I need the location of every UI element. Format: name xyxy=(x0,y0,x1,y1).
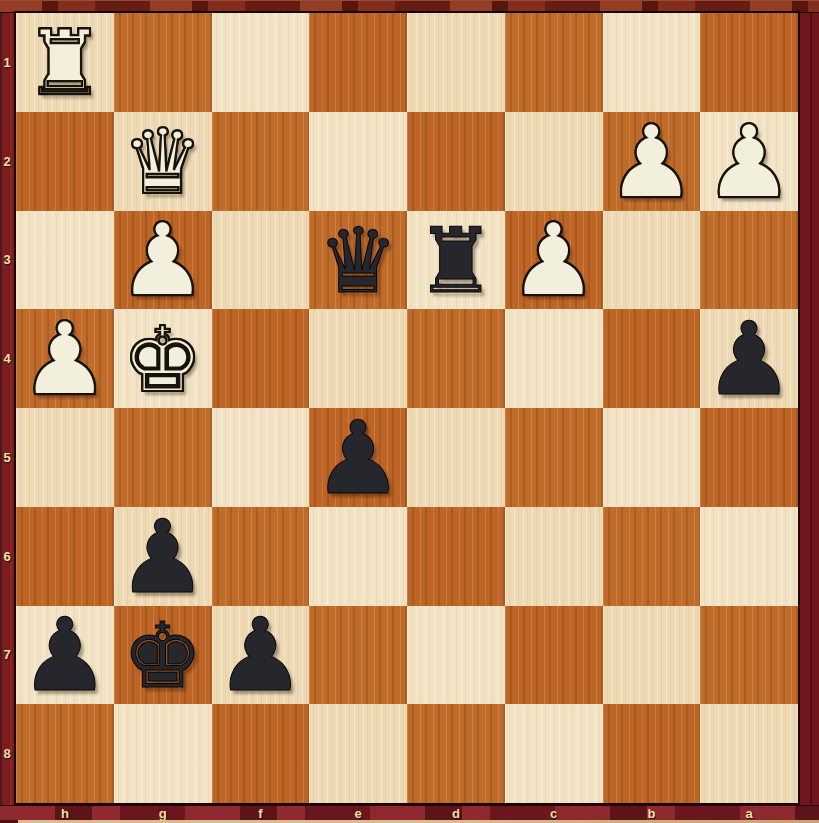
square-f5[interactable] xyxy=(212,408,310,507)
square-d3[interactable]: ♜ xyxy=(407,211,505,310)
file-label-d: d xyxy=(407,806,505,821)
square-h8[interactable] xyxy=(16,704,114,803)
white-pawn[interactable]: ♟ xyxy=(704,112,795,211)
black-pawn[interactable]: ♟ xyxy=(20,606,111,705)
square-c2[interactable] xyxy=(505,112,603,211)
square-a5[interactable] xyxy=(700,408,798,507)
chess-board: ♜♛♟♟♟♛♜♟♟♚♟♟♟♟♚♟ xyxy=(14,11,800,805)
square-g3[interactable]: ♟ xyxy=(114,211,212,310)
file-label-h: h xyxy=(16,806,114,821)
white-queen[interactable]: ♛ xyxy=(122,117,203,207)
square-h3[interactable] xyxy=(16,211,114,310)
file-labels-strip: hgfedcba xyxy=(0,805,819,820)
square-a8[interactable] xyxy=(700,704,798,803)
file-label-c: c xyxy=(505,806,603,821)
square-d6[interactable] xyxy=(407,507,505,606)
square-e6[interactable] xyxy=(309,507,407,606)
square-b8[interactable] xyxy=(603,704,701,803)
black-pawn[interactable]: ♟ xyxy=(704,309,795,408)
square-d1[interactable] xyxy=(407,13,505,112)
square-b6[interactable] xyxy=(603,507,701,606)
square-c5[interactable] xyxy=(505,408,603,507)
square-e7[interactable] xyxy=(309,606,407,705)
square-c3[interactable]: ♟ xyxy=(505,211,603,310)
square-c8[interactable] xyxy=(505,704,603,803)
square-c7[interactable] xyxy=(505,606,603,705)
file-label-g: g xyxy=(114,806,212,821)
square-f3[interactable] xyxy=(212,211,310,310)
square-b5[interactable] xyxy=(603,408,701,507)
square-h7[interactable]: ♟ xyxy=(16,606,114,705)
rank-label-3: 3 xyxy=(0,211,14,310)
square-h4[interactable]: ♟ xyxy=(16,309,114,408)
chess-board-frame: ♜♛♟♟♟♛♜♟♟♚♟♟♟♟♚♟ 12345678 hgfedcba xyxy=(0,0,819,823)
square-h1[interactable]: ♜ xyxy=(16,13,114,112)
square-e4[interactable] xyxy=(309,309,407,408)
square-e8[interactable] xyxy=(309,704,407,803)
square-b1[interactable] xyxy=(603,13,701,112)
square-g5[interactable] xyxy=(114,408,212,507)
square-b2[interactable]: ♟ xyxy=(603,112,701,211)
white-rook[interactable]: ♜ xyxy=(25,18,106,108)
rank-label-8: 8 xyxy=(0,704,14,803)
square-b3[interactable] xyxy=(603,211,701,310)
white-pawn[interactable]: ♟ xyxy=(117,211,208,310)
square-e5[interactable]: ♟ xyxy=(309,408,407,507)
square-d2[interactable] xyxy=(407,112,505,211)
square-f6[interactable] xyxy=(212,507,310,606)
rank-label-2: 2 xyxy=(0,112,14,211)
white-pawn[interactable]: ♟ xyxy=(20,309,111,408)
square-e2[interactable] xyxy=(309,112,407,211)
file-label-e: e xyxy=(309,806,407,821)
rank-label-7: 7 xyxy=(0,606,14,705)
square-f2[interactable] xyxy=(212,112,310,211)
black-pawn[interactable]: ♟ xyxy=(215,606,306,705)
square-b7[interactable] xyxy=(603,606,701,705)
square-c4[interactable] xyxy=(505,309,603,408)
square-f8[interactable] xyxy=(212,704,310,803)
square-b4[interactable] xyxy=(603,309,701,408)
square-a3[interactable] xyxy=(700,211,798,310)
square-d7[interactable] xyxy=(407,606,505,705)
file-label-a: a xyxy=(700,806,798,821)
file-label-b: b xyxy=(603,806,701,821)
square-g2[interactable]: ♛ xyxy=(114,112,212,211)
square-a6[interactable] xyxy=(700,507,798,606)
black-pawn[interactable]: ♟ xyxy=(313,408,404,507)
square-a2[interactable]: ♟ xyxy=(700,112,798,211)
square-f1[interactable] xyxy=(212,13,310,112)
square-d5[interactable] xyxy=(407,408,505,507)
square-g6[interactable]: ♟ xyxy=(114,507,212,606)
square-g8[interactable] xyxy=(114,704,212,803)
square-g4[interactable]: ♚ xyxy=(114,309,212,408)
square-c1[interactable] xyxy=(505,13,603,112)
rank-label-5: 5 xyxy=(0,408,14,507)
square-g1[interactable] xyxy=(114,13,212,112)
square-a7[interactable] xyxy=(700,606,798,705)
black-pawn[interactable]: ♟ xyxy=(117,507,208,606)
square-g7[interactable]: ♚ xyxy=(114,606,212,705)
rank-label-4: 4 xyxy=(0,309,14,408)
rank-label-6: 6 xyxy=(0,507,14,606)
rank-label-1: 1 xyxy=(0,13,14,112)
square-f4[interactable] xyxy=(212,309,310,408)
white-king[interactable]: ♚ xyxy=(122,315,203,405)
square-f7[interactable]: ♟ xyxy=(212,606,310,705)
square-e3[interactable]: ♛ xyxy=(309,211,407,310)
white-pawn[interactable]: ♟ xyxy=(508,211,599,310)
square-d4[interactable] xyxy=(407,309,505,408)
square-a1[interactable] xyxy=(700,13,798,112)
square-d8[interactable] xyxy=(407,704,505,803)
square-h6[interactable] xyxy=(16,507,114,606)
file-label-f: f xyxy=(212,806,310,821)
black-rook[interactable]: ♜ xyxy=(416,216,497,306)
black-queen[interactable]: ♛ xyxy=(318,216,399,306)
black-king[interactable]: ♚ xyxy=(122,611,203,701)
square-h2[interactable] xyxy=(16,112,114,211)
square-e1[interactable] xyxy=(309,13,407,112)
square-h5[interactable] xyxy=(16,408,114,507)
square-c6[interactable] xyxy=(505,507,603,606)
white-pawn[interactable]: ♟ xyxy=(606,112,697,211)
square-a4[interactable]: ♟ xyxy=(700,309,798,408)
